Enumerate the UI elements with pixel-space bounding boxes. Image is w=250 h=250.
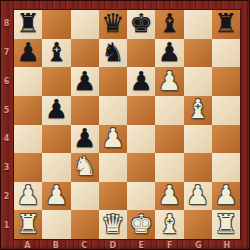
- rank-labels: 87654321: [0, 9, 13, 240]
- rank-label-3: 3: [0, 153, 13, 182]
- square-d1[interactable]: ♛: [99, 210, 127, 239]
- piece-white-king: ♚: [129, 211, 152, 237]
- square-c2[interactable]: [71, 182, 99, 211]
- square-c8[interactable]: [71, 10, 99, 39]
- square-a2[interactable]: ♟: [14, 182, 42, 211]
- square-b2[interactable]: ♟: [42, 182, 70, 211]
- square-h2[interactable]: ♟: [212, 182, 240, 211]
- square-a8[interactable]: ♜: [14, 10, 42, 39]
- chess-board-diagram: 87654321 ♜♛♚♝♜♟♝♞♟♟♟♟♟♝♟♟♞♟♟♟♟♟♜♛♚♝♜ ABC…: [0, 0, 250, 250]
- piece-black-knight: ♞: [101, 39, 124, 65]
- piece-white-pawn: ♟: [101, 125, 124, 151]
- square-c3[interactable]: ♞: [71, 153, 99, 182]
- piece-white-bishop: ♝: [158, 211, 181, 237]
- square-f2[interactable]: ♟: [155, 182, 183, 211]
- square-h6[interactable]: [212, 67, 240, 96]
- square-d3[interactable]: [99, 153, 127, 182]
- square-a3[interactable]: [14, 153, 42, 182]
- rank-label-6: 6: [0, 67, 13, 96]
- square-e1[interactable]: ♚: [127, 210, 155, 239]
- rank-label-2: 2: [0, 182, 13, 211]
- square-c4[interactable]: ♟: [71, 125, 99, 154]
- piece-black-pawn: ♟: [16, 39, 39, 65]
- piece-white-rook: ♜: [214, 211, 237, 237]
- square-a1[interactable]: ♜: [14, 210, 42, 239]
- square-d7[interactable]: ♞: [99, 39, 127, 68]
- square-b1[interactable]: [42, 210, 70, 239]
- file-label-h: H: [213, 240, 242, 250]
- square-c6[interactable]: ♟: [71, 67, 99, 96]
- square-h5[interactable]: [212, 96, 240, 125]
- piece-white-pawn: ♟: [45, 182, 68, 208]
- file-label-c: C: [70, 240, 99, 250]
- square-h3[interactable]: [212, 153, 240, 182]
- piece-black-king: ♚: [129, 10, 152, 36]
- rank-label-4: 4: [0, 125, 13, 154]
- square-b8[interactable]: [42, 10, 70, 39]
- square-h1[interactable]: ♜: [212, 210, 240, 239]
- square-h4[interactable]: [212, 125, 240, 154]
- square-g6[interactable]: [184, 67, 212, 96]
- square-c5[interactable]: [71, 96, 99, 125]
- piece-black-pawn: ♟: [73, 125, 96, 151]
- piece-white-knight: ♞: [73, 153, 96, 179]
- square-e3[interactable]: [127, 153, 155, 182]
- square-e5[interactable]: [127, 96, 155, 125]
- square-e7[interactable]: [127, 39, 155, 68]
- piece-white-queen: ♛: [101, 211, 124, 237]
- square-e6[interactable]: ♟: [127, 67, 155, 96]
- square-c7[interactable]: [71, 39, 99, 68]
- square-a6[interactable]: [14, 67, 42, 96]
- square-g2[interactable]: ♟: [184, 182, 212, 211]
- piece-white-pawn: ♟: [158, 182, 181, 208]
- square-d6[interactable]: [99, 67, 127, 96]
- file-labels: ABCDEFGH: [13, 240, 241, 250]
- square-g4[interactable]: [184, 125, 212, 154]
- piece-white-pawn: ♟: [16, 182, 39, 208]
- chess-board: ♜♛♚♝♜♟♝♞♟♟♟♟♟♝♟♟♞♟♟♟♟♟♜♛♚♝♜: [13, 9, 241, 240]
- square-f7[interactable]: ♟: [155, 39, 183, 68]
- piece-white-pawn: ♟: [186, 182, 209, 208]
- piece-black-rook: ♜: [214, 10, 237, 36]
- piece-black-bishop: ♝: [158, 10, 181, 36]
- piece-white-pawn: ♟: [214, 182, 237, 208]
- square-f6[interactable]: ♟: [155, 67, 183, 96]
- file-label-g: G: [184, 240, 213, 250]
- piece-black-pawn: ♟: [73, 68, 96, 94]
- square-f8[interactable]: ♝: [155, 10, 183, 39]
- square-e2[interactable]: [127, 182, 155, 211]
- square-g8[interactable]: [184, 10, 212, 39]
- square-d5[interactable]: [99, 96, 127, 125]
- square-f4[interactable]: [155, 125, 183, 154]
- square-d2[interactable]: [99, 182, 127, 211]
- square-a7[interactable]: ♟: [14, 39, 42, 68]
- rank-label-1: 1: [0, 211, 13, 240]
- rank-label-8: 8: [0, 9, 13, 38]
- square-h8[interactable]: ♜: [212, 10, 240, 39]
- square-f1[interactable]: ♝: [155, 210, 183, 239]
- square-f5[interactable]: [155, 96, 183, 125]
- file-label-b: B: [42, 240, 71, 250]
- piece-white-bishop: ♝: [186, 96, 209, 122]
- square-f3[interactable]: [155, 153, 183, 182]
- file-label-e: E: [127, 240, 156, 250]
- file-label-d: D: [99, 240, 128, 250]
- piece-black-pawn: ♟: [129, 68, 152, 94]
- piece-black-pawn: ♟: [45, 96, 68, 122]
- square-g7[interactable]: [184, 39, 212, 68]
- square-c1[interactable]: [71, 210, 99, 239]
- square-h7[interactable]: [212, 39, 240, 68]
- square-g3[interactable]: [184, 153, 212, 182]
- square-e8[interactable]: ♚: [127, 10, 155, 39]
- square-b4[interactable]: [42, 125, 70, 154]
- square-g1[interactable]: [184, 210, 212, 239]
- piece-black-bishop: ♝: [45, 39, 68, 65]
- rank-label-5: 5: [0, 96, 13, 125]
- square-d4[interactable]: ♟: [99, 125, 127, 154]
- piece-white-pawn: ♟: [158, 68, 181, 94]
- piece-black-pawn: ♟: [158, 39, 181, 65]
- file-label-a: A: [13, 240, 42, 250]
- piece-black-queen: ♛: [101, 10, 124, 36]
- square-b7[interactable]: ♝: [42, 39, 70, 68]
- file-label-f: F: [156, 240, 185, 250]
- piece-black-rook: ♜: [16, 10, 39, 36]
- piece-white-rook: ♜: [16, 211, 39, 237]
- rank-label-7: 7: [0, 38, 13, 67]
- square-a4[interactable]: [14, 125, 42, 154]
- square-b3[interactable]: [42, 153, 70, 182]
- square-g5[interactable]: ♝: [184, 96, 212, 125]
- square-d8[interactable]: ♛: [99, 10, 127, 39]
- square-a5[interactable]: [14, 96, 42, 125]
- square-b6[interactable]: [42, 67, 70, 96]
- square-e4[interactable]: [127, 125, 155, 154]
- square-b5[interactable]: ♟: [42, 96, 70, 125]
